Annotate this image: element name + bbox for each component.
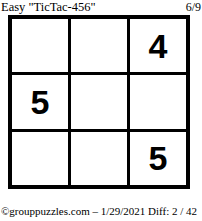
page-number: 6/9: [186, 0, 201, 14]
tictac-board: 4 5 5: [8, 15, 190, 189]
puzzle-page: Easy "TicTac-456" 6/9 4 5 5 ©grouppuzzle…: [0, 0, 202, 221]
cell-r3c3: 5: [130, 132, 186, 185]
puzzle-title: Easy "TicTac-456": [1, 0, 96, 14]
cell-r1c3: 4: [130, 19, 186, 72]
cell-r1c2[interactable]: [71, 19, 127, 72]
cell-r1c1[interactable]: [12, 19, 68, 72]
copyright-line: ©grouppuzzles.com – 1/29/2021 Diff: 2 / …: [1, 205, 201, 217]
cell-r3c1[interactable]: [12, 132, 68, 185]
cell-r2c2[interactable]: [71, 75, 127, 128]
header: Easy "TicTac-456" 6/9: [1, 0, 201, 14]
cell-r2c1: 5: [12, 75, 68, 128]
cell-r2c3[interactable]: [130, 75, 186, 128]
cell-r3c2[interactable]: [71, 132, 127, 185]
